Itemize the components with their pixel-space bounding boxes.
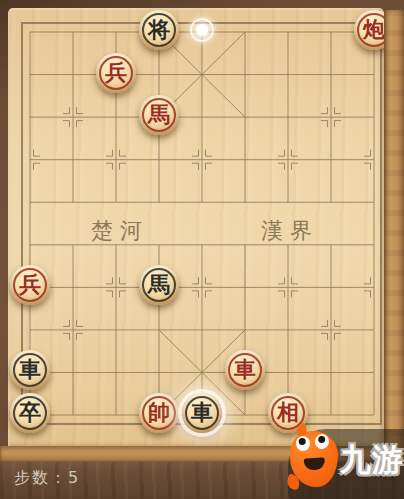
mascot-right-eye-icon [314, 433, 329, 449]
river-label-left: 楚河 [70, 216, 170, 246]
jiuyou-watermark[interactable]: 九游 [282, 425, 404, 499]
piece-glyph: 将 [148, 19, 170, 41]
xiangqi-piece-red[interactable]: 兵 [96, 53, 136, 93]
piece-glyph: 帥 [148, 402, 170, 424]
xiangqi-board: 楚河 漢界 将炮兵馬兵馬車車卒帥車相 [8, 8, 384, 447]
mascot-mouth-icon [304, 457, 326, 470]
jiuyou-mascot-icon [290, 431, 338, 487]
piece-glyph: 兵 [19, 274, 41, 296]
xiangqi-piece-black[interactable]: 卒 [10, 393, 50, 433]
app-screen: 楚河 漢界 将炮兵馬兵馬車車卒帥車相 步数：5 九游 [0, 0, 404, 499]
piece-glyph: 車 [19, 359, 41, 381]
move-counter: 步数：5 [14, 468, 80, 489]
piece-glyph: 車 [234, 359, 256, 381]
xiangqi-piece-red[interactable]: 帥 [139, 393, 179, 433]
watermark-text: 九游 [340, 439, 404, 481]
board-side-edge [384, 10, 404, 447]
xiangqi-piece-black[interactable]: 車 [182, 393, 222, 433]
piece-glyph: 炮 [363, 19, 385, 41]
mascot-left-eye-icon [295, 435, 311, 452]
piece-glyph: 馬 [148, 104, 170, 126]
piece-glyph: 相 [277, 402, 299, 424]
piece-glyph: 車 [191, 402, 213, 424]
xiangqi-piece-black[interactable]: 将 [139, 10, 179, 50]
xiangqi-piece-red[interactable]: 馬 [139, 95, 179, 135]
last-move-origin-dot [190, 18, 214, 42]
river-label-right: 漢界 [240, 216, 340, 246]
piece-glyph: 卒 [19, 402, 41, 424]
piece-glyph: 兵 [105, 62, 127, 84]
piece-glyph: 馬 [148, 274, 170, 296]
